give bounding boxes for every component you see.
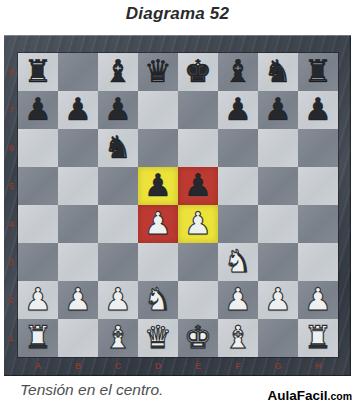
square-b1 [58,319,98,357]
square-g6 [258,129,298,167]
square-c3 [98,243,138,281]
brand-name: AulaFacil [267,388,327,403]
square-b4 [58,205,98,243]
square-g4 [258,205,298,243]
square-b3 [58,243,98,281]
piece-white-knight: ♞ [224,246,252,277]
piece-white-pawn: ♟ [184,208,212,239]
file-labels: ABCDEFGH [18,357,338,376]
square-a6 [18,129,58,167]
square-d8: ♛ [138,53,178,91]
file-label-c: C [98,357,138,376]
square-g8: ♞ [258,53,298,91]
diagram-page: Diagrama 52 87654321 ♜♝♛♚♝♞♜♟♟♟♟♟♟♞♟♟♟♟♞… [0,0,355,406]
square-g7: ♟ [258,91,298,129]
square-h1: ♜ [298,319,338,357]
square-f4 [218,205,258,243]
square-f1: ♝ [218,319,258,357]
piece-white-pawn: ♟ [264,284,292,315]
piece-black-king: ♚ [184,56,212,87]
square-c2: ♟ [98,281,138,319]
piece-white-queen: ♛ [144,322,172,353]
square-c6: ♞ [98,129,138,167]
file-label-g: G [258,357,298,376]
square-a5 [18,167,58,205]
square-d7 [138,91,178,129]
square-d5: ♟ [138,167,178,205]
square-c8: ♝ [98,53,138,91]
piece-black-bishop: ♝ [104,56,132,87]
square-e7 [178,91,218,129]
square-b2: ♟ [58,281,98,319]
piece-white-pawn: ♟ [144,208,172,239]
square-c1: ♝ [98,319,138,357]
piece-black-rook: ♜ [304,56,332,87]
caption: Tensión en el centro. [20,381,163,399]
square-e1: ♚ [178,319,218,357]
piece-white-rook: ♜ [24,322,52,353]
piece-white-pawn: ♟ [304,284,332,315]
square-h7: ♟ [298,91,338,129]
piece-black-rook: ♜ [24,56,52,87]
piece-white-pawn: ♟ [64,284,92,315]
piece-black-pawn: ♟ [64,94,92,125]
square-e3 [178,243,218,281]
square-d2: ♞ [138,281,178,319]
square-e5: ♟ [178,167,218,205]
piece-black-pawn: ♟ [264,94,292,125]
piece-white-pawn: ♟ [24,284,52,315]
square-c4 [98,205,138,243]
square-h8: ♜ [298,53,338,91]
square-c7: ♟ [98,91,138,129]
file-label-f: F [218,357,258,376]
square-f2: ♟ [218,281,258,319]
square-e2 [178,281,218,319]
page-title: Diagrama 52 [0,4,355,24]
square-d4: ♟ [138,205,178,243]
square-h6 [298,129,338,167]
square-h4 [298,205,338,243]
piece-black-knight: ♞ [264,56,292,87]
piece-black-pawn: ♟ [224,94,252,125]
piece-white-pawn: ♟ [224,284,252,315]
brand-suffix: .com [327,390,352,402]
square-a3 [18,243,58,281]
rank-labels: 87654321 [4,53,18,357]
file-label-b: B [58,357,98,376]
square-f5 [218,167,258,205]
square-g2: ♟ [258,281,298,319]
file-label-a: A [18,357,58,376]
piece-black-pawn: ♟ [184,170,212,201]
square-d3 [138,243,178,281]
rank-label-5: 5 [4,167,18,205]
square-h5 [298,167,338,205]
brand-watermark: AulaFacil.com [267,386,352,404]
square-b8 [58,53,98,91]
rank-label-7: 7 [4,91,18,129]
square-e4: ♟ [178,205,218,243]
square-f3: ♞ [218,243,258,281]
piece-black-queen: ♛ [144,56,172,87]
square-h3 [298,243,338,281]
square-d6 [138,129,178,167]
file-label-e: E [178,357,218,376]
piece-white-bishop: ♝ [224,322,252,353]
board-grid: ♜♝♛♚♝♞♜♟♟♟♟♟♟♞♟♟♟♟♞♟♟♟♞♟♟♟♜♝♛♚♝♜ [18,53,338,357]
square-g1 [258,319,298,357]
square-e8: ♚ [178,53,218,91]
square-a4 [18,205,58,243]
rank-label-4: 4 [4,205,18,243]
piece-black-knight: ♞ [104,132,132,163]
square-h2: ♟ [298,281,338,319]
chess-board: 87654321 ♜♝♛♚♝♞♜♟♟♟♟♟♟♞♟♟♟♟♞♟♟♟♞♟♟♟♜♝♛♚♝… [4,35,351,376]
square-f6 [218,129,258,167]
square-f7: ♟ [218,91,258,129]
piece-black-pawn: ♟ [144,170,172,201]
square-g3 [258,243,298,281]
square-a8: ♜ [18,53,58,91]
square-a1: ♜ [18,319,58,357]
piece-black-pawn: ♟ [304,94,332,125]
rank-label-1: 1 [4,319,18,357]
piece-white-pawn: ♟ [104,284,132,315]
rank-label-2: 2 [4,281,18,319]
square-b6 [58,129,98,167]
piece-black-pawn: ♟ [104,94,132,125]
square-f8: ♝ [218,53,258,91]
square-a2: ♟ [18,281,58,319]
square-b5 [58,167,98,205]
square-e6 [178,129,218,167]
piece-white-rook: ♜ [304,322,332,353]
square-g5 [258,167,298,205]
rank-label-3: 3 [4,243,18,281]
square-c5 [98,167,138,205]
rank-label-8: 8 [4,53,18,91]
file-label-h: H [298,357,338,376]
square-d1: ♛ [138,319,178,357]
file-label-d: D [138,357,178,376]
rank-label-6: 6 [4,129,18,167]
piece-white-bishop: ♝ [104,322,132,353]
piece-white-knight: ♞ [144,284,172,315]
piece-white-king: ♚ [184,322,212,353]
square-b7: ♟ [58,91,98,129]
piece-black-pawn: ♟ [24,94,52,125]
piece-black-bishop: ♝ [224,56,252,87]
square-a7: ♟ [18,91,58,129]
